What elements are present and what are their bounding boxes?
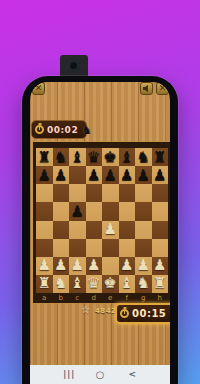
square-b6[interactable] [53,184,70,202]
black-rook[interactable]: ♜ [153,150,166,165]
square-c1[interactable]: ♝ [69,275,86,293]
back-icon[interactable]: < [128,370,136,379]
chess-board: ♜♞♝♛♚♝♞♜♟♟♟♟♟♟♟♟♟♟♟♟♟♟♟♟♜♞♝♛♚♝♞♜ abcdefg… [33,142,170,303]
square-h7[interactable]: ♟ [152,166,169,184]
camera-lens-icon [68,60,79,71]
gradient-background: ✕ ✕ 00:02 ♞ ♜♞♝♛♚♝♞♜♟♟♟♟♟♟♟♟♟♟♟♟♟♟♟♟♜♞♝♛… [0,0,200,384]
square-a3[interactable] [36,239,53,257]
square-g8[interactable]: ♞ [135,148,152,166]
square-g3[interactable] [135,239,152,257]
black-pawn[interactable]: ♟ [38,168,51,183]
black-knight-icon: ♞ [81,124,92,136]
square-h5[interactable] [152,202,169,220]
square-g4[interactable] [135,221,152,239]
square-b8[interactable]: ♞ [53,148,70,166]
square-b3[interactable] [53,239,70,257]
file-label-c: c [69,293,86,303]
fullscreen-button[interactable]: ✕ [32,82,45,95]
black-bishop[interactable]: ♝ [71,150,84,165]
square-c2[interactable]: ♟ [69,257,86,275]
close-button[interactable]: ✕ [156,82,169,95]
white-knight[interactable]: ♞ [137,276,150,291]
square-e7[interactable]: ♟ [102,166,119,184]
square-a6[interactable] [36,184,53,202]
files-row: abcdefgh [36,293,168,303]
square-d6[interactable] [86,184,103,202]
black-pawn[interactable]: ♟ [120,168,133,183]
black-pawn[interactable]: ♟ [87,168,100,183]
square-b4[interactable] [53,221,70,239]
square-g2[interactable]: ♟ [135,257,152,275]
square-a4[interactable] [36,221,53,239]
square-c5[interactable]: ♟ [69,202,86,220]
black-queen[interactable]: ♛ [87,150,100,165]
square-f3[interactable] [119,239,136,257]
square-f5[interactable] [119,202,136,220]
stopwatch-icon [35,125,44,134]
white-king-icon: ♚ [169,308,170,320]
square-b5[interactable] [53,202,70,220]
square-g6[interactable] [135,184,152,202]
black-pawn[interactable]: ♟ [71,204,84,219]
file-label-b: b [53,293,70,303]
white-pawn[interactable]: ♟ [120,258,133,273]
square-c4[interactable] [69,221,86,239]
square-a1[interactable]: ♜ [36,275,53,293]
square-e6[interactable] [102,184,119,202]
recents-icon[interactable]: ||| [63,371,75,379]
black-pawn[interactable]: ♟ [153,168,166,183]
phone-frame: ✕ ✕ 00:02 ♞ ♜♞♝♛♚♝♞♜♟♟♟♟♟♟♟♟♟♟♟♟♟♟♟♟♜♞♝♛… [22,76,178,384]
file-label-f: f [119,293,136,303]
square-d5[interactable] [86,202,103,220]
chess-app-screen: ✕ ✕ 00:02 ♞ ♜♞♝♛♚♝♞♜♟♟♟♟♟♟♟♟♟♟♟♟♟♟♟♟♜♞♝♛… [30,82,170,384]
white-rook[interactable]: ♜ [153,276,166,291]
white-pawn[interactable]: ♟ [104,222,117,237]
square-f7[interactable]: ♟ [119,166,136,184]
speaker-icon [143,85,151,93]
black-knight[interactable]: ♞ [137,150,150,165]
square-h8[interactable]: ♜ [152,148,169,166]
square-a5[interactable] [36,202,53,220]
square-h2[interactable]: ♟ [152,257,169,275]
square-d4[interactable] [86,221,103,239]
stopwatch-icon [120,309,129,318]
square-d8[interactable]: ♛ [86,148,103,166]
square-h3[interactable] [152,239,169,257]
close-icon: ✕ [159,84,167,93]
square-g1[interactable]: ♞ [135,275,152,293]
white-pawn[interactable]: ♟ [38,258,51,273]
file-label-h: h [152,293,169,303]
white-pawn[interactable]: ♟ [137,258,150,273]
square-e8[interactable]: ♚ [102,148,119,166]
square-e1[interactable]: ♚ [102,275,119,293]
white-pawn[interactable]: ♟ [71,258,84,273]
black-bishop[interactable]: ♝ [120,150,133,165]
square-f2[interactable]: ♟ [119,257,136,275]
android-nav-bar: ||| ○ < [30,365,170,384]
volume-button[interactable] [140,82,153,95]
square-e2[interactable] [102,257,119,275]
black-clock-time: 00:02 [47,125,78,135]
black-pawn[interactable]: ♟ [54,168,67,183]
score-value: 4842 [95,307,116,315]
square-f6[interactable] [119,184,136,202]
white-queen[interactable]: ♛ [87,276,100,291]
black-pawn[interactable]: ♟ [104,168,117,183]
square-c8[interactable]: ♝ [69,148,86,166]
square-d7[interactable]: ♟ [86,166,103,184]
square-e3[interactable] [102,239,119,257]
white-pawn[interactable]: ♟ [87,258,100,273]
fullscreen-icon: ✕ [35,84,43,93]
square-d3[interactable] [86,239,103,257]
square-a8[interactable]: ♜ [36,148,53,166]
black-king[interactable]: ♚ [104,150,117,165]
square-b2[interactable]: ♟ [53,257,70,275]
square-e5[interactable] [102,202,119,220]
square-h6[interactable] [152,184,169,202]
black-rook[interactable]: ♜ [38,150,51,165]
white-clock-time: 00:15 [132,308,166,319]
white-bishop[interactable]: ♝ [120,276,133,291]
star-icon: ☆ [81,305,90,315]
square-a7[interactable]: ♟ [36,166,53,184]
square-f1[interactable]: ♝ [119,275,136,293]
black-pawn[interactable]: ♟ [137,168,150,183]
black-knight[interactable]: ♞ [54,150,67,165]
file-label-d: d [86,293,103,303]
white-pawn[interactable]: ♟ [153,258,166,273]
white-bishop[interactable]: ♝ [71,276,84,291]
white-pawn[interactable]: ♟ [54,258,67,273]
square-c6[interactable] [69,184,86,202]
white-rook[interactable]: ♜ [38,276,51,291]
square-b7[interactable]: ♟ [53,166,70,184]
square-g7[interactable]: ♟ [135,166,152,184]
square-b1[interactable]: ♞ [53,275,70,293]
home-icon[interactable]: ○ [96,370,105,380]
square-e4[interactable]: ♟ [102,221,119,239]
square-f8[interactable]: ♝ [119,148,136,166]
square-c7[interactable] [69,166,86,184]
square-a2[interactable]: ♟ [36,257,53,275]
square-g5[interactable] [135,202,152,220]
square-d2[interactable]: ♟ [86,257,103,275]
white-player-clock: 00:15 ♚ [115,303,170,324]
square-c3[interactable] [69,239,86,257]
white-knight[interactable]: ♞ [54,276,67,291]
square-d1[interactable]: ♛ [86,275,103,293]
file-label-a: a [36,293,53,303]
file-label-g: g [135,293,152,303]
square-f4[interactable] [119,221,136,239]
square-h1[interactable]: ♜ [152,275,169,293]
white-king[interactable]: ♚ [104,276,117,291]
black-player-clock: 00:02 ♞ [31,120,87,139]
file-label-e: e [102,293,119,303]
square-h4[interactable] [152,221,169,239]
board-grid: ♜♞♝♛♚♝♞♜♟♟♟♟♟♟♟♟♟♟♟♟♟♟♟♟♜♞♝♛♚♝♞♜ [36,148,168,293]
